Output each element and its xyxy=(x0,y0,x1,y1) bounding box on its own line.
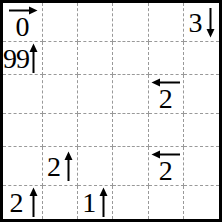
clue-cell-r6c1[interactable]: 2 xyxy=(3,186,43,219)
empty-cell-r3c1[interactable] xyxy=(3,75,43,114)
clue-number: 2 xyxy=(159,157,173,185)
clue-number: 0 xyxy=(16,13,30,41)
clue-cell-r5c5[interactable]: 2 xyxy=(149,147,184,186)
empty-cell-r5c4[interactable] xyxy=(113,147,148,186)
empty-cell-r6c4[interactable] xyxy=(113,186,148,219)
up-arrow-icon xyxy=(99,186,108,219)
yajilin-puzzle: 039922221 xyxy=(0,0,223,223)
empty-cell-r4c6[interactable] xyxy=(184,114,219,147)
up-arrow-icon xyxy=(29,186,38,219)
down-arrow-icon xyxy=(206,3,215,41)
empty-cell-r3c4[interactable] xyxy=(113,75,148,114)
empty-cell-r6c6[interactable] xyxy=(184,186,219,219)
empty-cell-r5c1[interactable] xyxy=(3,147,43,186)
up-arrow-icon xyxy=(64,147,73,185)
empty-cell-r4c2[interactable] xyxy=(43,114,78,147)
empty-cell-r2c3[interactable] xyxy=(78,42,113,75)
clue-number: 2 xyxy=(159,85,173,113)
empty-cell-r2c5[interactable] xyxy=(149,42,184,75)
clue-cell-r6c3[interactable]: 1 xyxy=(78,186,113,219)
clue-number: 3 xyxy=(184,3,206,41)
clue-number: 99 xyxy=(3,42,29,74)
clue-cell-r3c5[interactable]: 2 xyxy=(149,75,184,114)
empty-cell-r5c3[interactable] xyxy=(78,147,113,186)
empty-cell-r2c6[interactable] xyxy=(184,42,219,75)
clue-cell-r1c1[interactable]: 0 xyxy=(3,3,43,42)
empty-cell-r4c3[interactable] xyxy=(78,114,113,147)
clue-number: 2 xyxy=(3,186,29,219)
empty-cell-r6c5[interactable] xyxy=(149,186,184,219)
empty-cell-r2c4[interactable] xyxy=(113,42,148,75)
clue-cell-r1c6[interactable]: 3 xyxy=(184,3,219,42)
clue-cell-r2c1[interactable]: 99 xyxy=(3,42,43,75)
clue-number: 1 xyxy=(78,186,99,219)
empty-cell-r4c5[interactable] xyxy=(149,114,184,147)
empty-cell-r1c4[interactable] xyxy=(113,3,148,42)
empty-cell-r1c5[interactable] xyxy=(149,3,184,42)
empty-cell-r6c2[interactable] xyxy=(43,186,78,219)
yajilin-board: 039922221 xyxy=(0,0,222,222)
clue-number: 2 xyxy=(43,147,64,185)
empty-cell-r3c6[interactable] xyxy=(184,75,219,114)
empty-cell-r3c3[interactable] xyxy=(78,75,113,114)
empty-cell-r3c2[interactable] xyxy=(43,75,78,114)
empty-cell-r4c4[interactable] xyxy=(113,114,148,147)
empty-cell-r1c2[interactable] xyxy=(43,3,78,42)
empty-cell-r2c2[interactable] xyxy=(43,42,78,75)
clue-cell-r5c2[interactable]: 2 xyxy=(43,147,78,186)
empty-cell-r5c6[interactable] xyxy=(184,147,219,186)
up-arrow-icon xyxy=(29,42,38,74)
empty-cell-r1c3[interactable] xyxy=(78,3,113,42)
empty-cell-r4c1[interactable] xyxy=(3,114,43,147)
